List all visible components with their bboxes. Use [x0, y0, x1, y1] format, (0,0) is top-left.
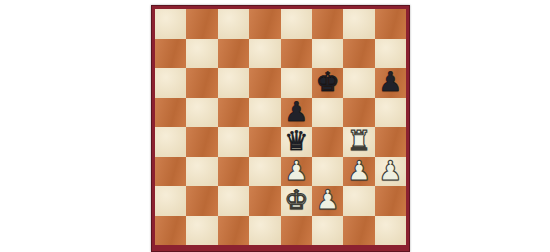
- square-c7[interactable]: [218, 39, 249, 69]
- square-g5[interactable]: [343, 98, 374, 128]
- square-a5[interactable]: [155, 98, 186, 128]
- square-g6[interactable]: [343, 68, 374, 98]
- square-a4[interactable]: [155, 127, 186, 157]
- square-b8[interactable]: [186, 9, 217, 39]
- square-d8[interactable]: [249, 9, 280, 39]
- square-h2[interactable]: [375, 186, 406, 216]
- square-f6[interactable]: ♚: [312, 68, 343, 98]
- square-c8[interactable]: [218, 9, 249, 39]
- white-pawn-g3[interactable]: ♟: [347, 157, 371, 184]
- square-d5[interactable]: [249, 98, 280, 128]
- square-e8[interactable]: [281, 9, 312, 39]
- square-f7[interactable]: [312, 39, 343, 69]
- square-h3[interactable]: ♟: [375, 157, 406, 187]
- chess-board: ♚♟♟♛♜♟♟♟♚♟: [155, 9, 406, 245]
- square-c6[interactable]: [218, 68, 249, 98]
- square-e5[interactable]: ♟: [281, 98, 312, 128]
- square-d6[interactable]: [249, 68, 280, 98]
- white-pawn-e3[interactable]: ♟: [284, 157, 308, 184]
- square-c5[interactable]: [218, 98, 249, 128]
- square-a3[interactable]: [155, 157, 186, 187]
- square-h1[interactable]: [375, 216, 406, 246]
- square-e7[interactable]: [281, 39, 312, 69]
- white-rook-g4[interactable]: ♜: [347, 127, 371, 154]
- square-g1[interactable]: [343, 216, 374, 246]
- square-c1[interactable]: [218, 216, 249, 246]
- square-f4[interactable]: [312, 127, 343, 157]
- square-d1[interactable]: [249, 216, 280, 246]
- square-f2[interactable]: ♟: [312, 186, 343, 216]
- square-e6[interactable]: [281, 68, 312, 98]
- square-h8[interactable]: [375, 9, 406, 39]
- square-c3[interactable]: [218, 157, 249, 187]
- square-a1[interactable]: [155, 216, 186, 246]
- black-king-f6[interactable]: ♚: [316, 68, 340, 95]
- square-d4[interactable]: [249, 127, 280, 157]
- square-f1[interactable]: [312, 216, 343, 246]
- square-f5[interactable]: [312, 98, 343, 128]
- square-h4[interactable]: [375, 127, 406, 157]
- black-pawn-e5[interactable]: ♟: [284, 98, 308, 125]
- chess-board-frame: ♚♟♟♛♜♟♟♟♚♟: [151, 5, 410, 252]
- square-g4[interactable]: ♜: [343, 127, 374, 157]
- square-g3[interactable]: ♟: [343, 157, 374, 187]
- square-e1[interactable]: [281, 216, 312, 246]
- square-e3[interactable]: ♟: [281, 157, 312, 187]
- square-h5[interactable]: [375, 98, 406, 128]
- white-pawn-f2[interactable]: ♟: [316, 186, 340, 213]
- square-b5[interactable]: [186, 98, 217, 128]
- white-pawn-h3[interactable]: ♟: [378, 157, 402, 184]
- square-f3[interactable]: [312, 157, 343, 187]
- square-b3[interactable]: [186, 157, 217, 187]
- square-b2[interactable]: [186, 186, 217, 216]
- square-e2[interactable]: ♚: [281, 186, 312, 216]
- square-c4[interactable]: [218, 127, 249, 157]
- square-a2[interactable]: [155, 186, 186, 216]
- square-g2[interactable]: [343, 186, 374, 216]
- square-b4[interactable]: [186, 127, 217, 157]
- square-f8[interactable]: [312, 9, 343, 39]
- square-c2[interactable]: [218, 186, 249, 216]
- square-d7[interactable]: [249, 39, 280, 69]
- square-a8[interactable]: [155, 9, 186, 39]
- square-g7[interactable]: [343, 39, 374, 69]
- square-e4[interactable]: ♛: [281, 127, 312, 157]
- square-b7[interactable]: [186, 39, 217, 69]
- square-d2[interactable]: [249, 186, 280, 216]
- square-h6[interactable]: ♟: [375, 68, 406, 98]
- square-d3[interactable]: [249, 157, 280, 187]
- page-background: { "game": "chess", "position": { "fen_pi…: [0, 0, 550, 252]
- square-g8[interactable]: [343, 9, 374, 39]
- black-pawn-h6[interactable]: ♟: [378, 68, 402, 95]
- square-b6[interactable]: [186, 68, 217, 98]
- square-a7[interactable]: [155, 39, 186, 69]
- square-h7[interactable]: [375, 39, 406, 69]
- square-a6[interactable]: [155, 68, 186, 98]
- white-king-e2[interactable]: ♚: [284, 186, 308, 213]
- square-b1[interactable]: [186, 216, 217, 246]
- black-queen-e4[interactable]: ♛: [284, 127, 308, 154]
